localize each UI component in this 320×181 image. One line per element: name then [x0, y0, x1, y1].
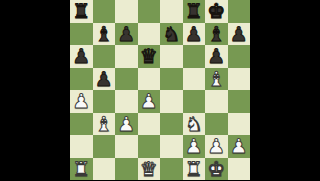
square-c1[interactable]	[115, 158, 138, 181]
square-b6[interactable]	[93, 45, 116, 68]
square-g6[interactable]: ♟	[205, 45, 228, 68]
piece-black-bishop: ♝	[207, 23, 225, 45]
square-a7[interactable]	[70, 23, 93, 46]
square-e6[interactable]	[160, 45, 183, 68]
square-f4[interactable]	[183, 90, 206, 113]
square-g2[interactable]: ♟	[205, 135, 228, 158]
piece-black-pawn: ♟	[185, 23, 203, 45]
square-g3[interactable]	[205, 113, 228, 136]
piece-white-pawn: ♟	[185, 135, 203, 157]
square-e2[interactable]	[160, 135, 183, 158]
square-d6[interactable]: ♛	[138, 45, 161, 68]
square-c3[interactable]: ♟	[115, 113, 138, 136]
square-e8[interactable]	[160, 0, 183, 23]
square-b8[interactable]	[93, 0, 116, 23]
piece-black-pawn: ♟	[230, 23, 248, 45]
square-f2[interactable]: ♟	[183, 135, 206, 158]
square-f6[interactable]	[183, 45, 206, 68]
square-d8[interactable]	[138, 0, 161, 23]
piece-white-pawn: ♟	[207, 135, 225, 157]
square-a8[interactable]: ♜	[70, 0, 93, 23]
square-e7[interactable]: ♞	[160, 23, 183, 46]
piece-white-pawn: ♟	[117, 113, 135, 135]
square-c5[interactable]	[115, 68, 138, 91]
square-h8[interactable]	[228, 0, 251, 23]
square-h6[interactable]	[228, 45, 251, 68]
square-g5[interactable]: ♝	[205, 68, 228, 91]
square-b2[interactable]	[93, 135, 116, 158]
piece-white-pawn: ♟	[230, 135, 248, 157]
letterbox-left	[0, 0, 70, 180]
square-f1[interactable]: ♜	[183, 158, 206, 181]
piece-black-pawn: ♟	[72, 45, 90, 67]
piece-black-king: ♚	[207, 0, 225, 22]
square-e4[interactable]	[160, 90, 183, 113]
square-h7[interactable]: ♟	[228, 23, 251, 46]
piece-white-rook: ♜	[185, 158, 203, 180]
square-f5[interactable]	[183, 68, 206, 91]
square-d3[interactable]	[138, 113, 161, 136]
square-h1[interactable]	[228, 158, 251, 181]
square-c8[interactable]	[115, 0, 138, 23]
piece-white-pawn: ♟	[72, 90, 90, 112]
piece-black-pawn: ♟	[95, 68, 113, 90]
square-b7[interactable]: ♝	[93, 23, 116, 46]
piece-black-rook: ♜	[72, 0, 90, 22]
piece-white-bishop: ♝	[207, 68, 225, 90]
square-c2[interactable]	[115, 135, 138, 158]
piece-white-pawn: ♟	[140, 90, 158, 112]
square-e1[interactable]	[160, 158, 183, 181]
square-a4[interactable]: ♟	[70, 90, 93, 113]
square-g7[interactable]: ♝	[205, 23, 228, 46]
square-f3[interactable]: ♞	[183, 113, 206, 136]
square-a6[interactable]: ♟	[70, 45, 93, 68]
square-e5[interactable]	[160, 68, 183, 91]
square-g4[interactable]	[205, 90, 228, 113]
piece-white-rook: ♜	[72, 158, 90, 180]
square-a2[interactable]	[70, 135, 93, 158]
square-h2[interactable]: ♟	[228, 135, 251, 158]
square-d5[interactable]	[138, 68, 161, 91]
piece-black-queen: ♛	[140, 45, 158, 67]
square-c7[interactable]: ♟	[115, 23, 138, 46]
piece-white-king: ♚	[207, 158, 225, 180]
square-b1[interactable]	[93, 158, 116, 181]
square-b5[interactable]: ♟	[93, 68, 116, 91]
square-b4[interactable]	[93, 90, 116, 113]
square-h5[interactable]	[228, 68, 251, 91]
square-e3[interactable]	[160, 113, 183, 136]
square-d2[interactable]	[138, 135, 161, 158]
square-f8[interactable]: ♜	[183, 0, 206, 23]
square-h4[interactable]	[228, 90, 251, 113]
square-h3[interactable]	[228, 113, 251, 136]
piece-white-bishop: ♝	[95, 113, 113, 135]
square-c6[interactable]	[115, 45, 138, 68]
square-a5[interactable]	[70, 68, 93, 91]
chess-app-view: ♜♜♚♝♟♞♟♝♟♟♛♟♟♝♟♟♝♟♞♟♟♟♜♛♜♚	[0, 0, 320, 180]
square-a3[interactable]	[70, 113, 93, 136]
square-d7[interactable]	[138, 23, 161, 46]
piece-black-bishop: ♝	[95, 23, 113, 45]
chess-board: ♜♜♚♝♟♞♟♝♟♟♛♟♟♝♟♟♝♟♞♟♟♟♜♛♜♚	[70, 0, 250, 180]
square-b3[interactable]: ♝	[93, 113, 116, 136]
square-d4[interactable]: ♟	[138, 90, 161, 113]
piece-black-pawn: ♟	[117, 23, 135, 45]
piece-white-queen: ♛	[140, 158, 158, 180]
piece-white-knight: ♞	[185, 113, 203, 135]
square-f7[interactable]: ♟	[183, 23, 206, 46]
piece-black-knight: ♞	[162, 23, 180, 45]
square-d1[interactable]: ♛	[138, 158, 161, 181]
square-a1[interactable]: ♜	[70, 158, 93, 181]
square-c4[interactable]	[115, 90, 138, 113]
square-g8[interactable]: ♚	[205, 0, 228, 23]
piece-black-rook: ♜	[185, 0, 203, 22]
square-g1[interactable]: ♚	[205, 158, 228, 181]
letterbox-right	[250, 0, 320, 180]
piece-black-pawn: ♟	[207, 45, 225, 67]
